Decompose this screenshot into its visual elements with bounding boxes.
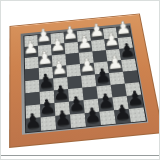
board-rim: ♟♟♟♟♟♟♟♟♟♟♟♟♟♟♟♟♟♟♟♟♟♟♟♟ — [21, 23, 149, 134]
black-pawn-c1[interactable]: ♟ — [53, 108, 72, 129]
chessboard[interactable]: ♟♟♟♟♟♟♟♟♟♟♟♟♟♟♟♟♟♟♟♟♟♟♟♟ — [23, 25, 147, 133]
black-pawn-e1[interactable]: ♟ — [83, 105, 102, 126]
square-e1[interactable]: ♟ — [85, 112, 101, 127]
square-f4[interactable]: ♟ — [95, 73, 111, 86]
square-a1[interactable]: ♟ — [26, 117, 41, 132]
product-photo: ♟♟♟♟♟♟♟♟♟♟♟♟♟♟♟♟♟♟♟♟♟♟♟♟ — [0, 0, 160, 160]
square-c1[interactable]: ♟ — [55, 115, 71, 130]
board-scene: ♟♟♟♟♟♟♟♟♟♟♟♟♟♟♟♟♟♟♟♟♟♟♟♟ — [9, 13, 160, 147]
black-pawn-f4[interactable]: ♟ — [94, 66, 112, 86]
square-g1[interactable]: ♟ — [114, 109, 131, 124]
photo-edge-line — [1, 155, 159, 156]
white-pawn-e7[interactable]: ♟ — [76, 33, 93, 52]
square-h4[interactable] — [123, 70, 139, 83]
black-pawn-a1[interactable]: ♟ — [23, 111, 42, 132]
black-pawn-g1[interactable]: ♟ — [113, 102, 132, 123]
wooden-frame: ♟♟♟♟♟♟♟♟♟♟♟♟♟♟♟♟♟♟♟♟♟♟♟♟ — [9, 13, 160, 147]
